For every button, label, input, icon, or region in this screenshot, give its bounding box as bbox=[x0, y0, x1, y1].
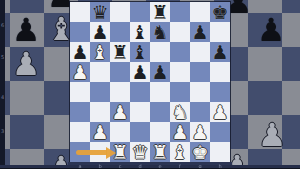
piece-white-pawn: ♟ bbox=[190, 122, 210, 142]
file-label-g: g bbox=[190, 163, 210, 169]
square-c6[interactable]: ♜ bbox=[110, 42, 130, 62]
square-f2[interactable]: ♟ bbox=[170, 122, 190, 142]
square-g5[interactable] bbox=[190, 62, 210, 82]
square-g4[interactable] bbox=[190, 82, 210, 102]
square-b6[interactable]: ♝ bbox=[90, 42, 110, 62]
square-b5[interactable] bbox=[90, 62, 110, 82]
piece-white-bishop: ♝ bbox=[90, 42, 110, 62]
piece-white-bishop: ♝ bbox=[170, 142, 190, 162]
square-a4[interactable] bbox=[70, 82, 90, 102]
move-arrow-head bbox=[106, 147, 116, 159]
square-a5[interactable]: ♟ bbox=[70, 62, 90, 82]
square-a7[interactable] bbox=[70, 22, 90, 42]
square-f1[interactable]: ♝ bbox=[170, 142, 190, 162]
piece-black-pawn: ♟ bbox=[150, 62, 170, 82]
bg-piece-white-pawn: ♟ bbox=[258, 119, 287, 151]
square-e8[interactable]: ♜ bbox=[150, 2, 170, 22]
square-f8[interactable] bbox=[170, 2, 190, 22]
piece-black-rook: ♜ bbox=[110, 42, 130, 62]
piece-white-pawn: ♟ bbox=[110, 102, 130, 122]
piece-black-pawn: ♟ bbox=[190, 22, 210, 42]
square-e6[interactable] bbox=[150, 42, 170, 62]
square-d1[interactable]: ♛ bbox=[130, 142, 150, 162]
bg-piece-white-pawn: ♟ bbox=[12, 48, 41, 80]
piece-black-king: ♚ bbox=[210, 2, 230, 22]
piece-black-bishop: ♝ bbox=[130, 22, 150, 42]
square-d7[interactable]: ♝ bbox=[130, 22, 150, 42]
square-c5[interactable] bbox=[110, 62, 130, 82]
square-d5[interactable]: ♟ bbox=[130, 62, 150, 82]
square-h3[interactable]: ♟ bbox=[210, 102, 230, 122]
square-c3[interactable]: ♟ bbox=[110, 102, 130, 122]
square-h7[interactable] bbox=[210, 22, 230, 42]
file-label-h: h bbox=[210, 163, 230, 169]
square-c7[interactable] bbox=[110, 22, 130, 42]
file-label-a: a bbox=[70, 163, 90, 169]
square-a3[interactable] bbox=[70, 102, 90, 122]
square-d2[interactable] bbox=[130, 122, 150, 142]
square-e5[interactable]: ♟ bbox=[150, 62, 170, 82]
square-g8[interactable] bbox=[190, 2, 210, 22]
square-b2[interactable]: ♟ bbox=[90, 122, 110, 142]
square-d3[interactable] bbox=[130, 102, 150, 122]
square-g6[interactable] bbox=[190, 42, 210, 62]
piece-white-pawn: ♟ bbox=[210, 102, 230, 122]
bg-rank-label-4: 4 bbox=[1, 94, 6, 100]
piece-white-pawn: ♟ bbox=[90, 122, 110, 142]
square-b8[interactable]: ♛ bbox=[90, 2, 110, 22]
video-frame: ♟♟♝♟♟♟♟♟♟ ♛♜♚♟♝♞♟♟♝♜♝♟♟♟♟♟♞♟♟♟♟♜♛♜♝♚ abc… bbox=[0, 0, 300, 168]
piece-black-knight: ♞ bbox=[150, 22, 170, 42]
bg-piece-black-pawn: ♟ bbox=[12, 14, 41, 46]
square-e7[interactable]: ♞ bbox=[150, 22, 170, 42]
piece-white-pawn: ♟ bbox=[70, 62, 90, 82]
square-e1[interactable]: ♜ bbox=[150, 142, 170, 162]
piece-black-queen: ♛ bbox=[90, 2, 110, 22]
square-h4[interactable] bbox=[210, 82, 230, 102]
bg-piece-black-pawn: ♟ bbox=[257, 14, 286, 46]
piece-black-pawn: ♟ bbox=[210, 42, 230, 62]
square-g7[interactable]: ♟ bbox=[190, 22, 210, 42]
square-g3[interactable] bbox=[190, 102, 210, 122]
file-label-e: e bbox=[150, 163, 170, 169]
bg-rank-label-3: 3 bbox=[1, 128, 6, 134]
move-arrow-shaft bbox=[76, 150, 107, 155]
square-e4[interactable] bbox=[150, 82, 170, 102]
piece-white-knight: ♞ bbox=[170, 102, 190, 122]
square-d4[interactable] bbox=[130, 82, 150, 102]
square-e3[interactable] bbox=[150, 102, 170, 122]
square-b3[interactable] bbox=[90, 102, 110, 122]
square-f4[interactable] bbox=[170, 82, 190, 102]
square-b7[interactable]: ♟ bbox=[90, 22, 110, 42]
square-f3[interactable]: ♞ bbox=[170, 102, 190, 122]
bg-rank-label-6: 6 bbox=[1, 22, 6, 28]
piece-white-rook: ♜ bbox=[150, 142, 170, 162]
square-c4[interactable] bbox=[110, 82, 130, 102]
file-label-d: d bbox=[130, 163, 150, 169]
piece-white-king: ♚ bbox=[190, 142, 210, 162]
chess-board: ♛♜♚♟♝♞♟♟♝♜♝♟♟♟♟♟♞♟♟♟♟♜♛♜♝♚ bbox=[70, 2, 230, 162]
piece-white-queen: ♛ bbox=[130, 142, 150, 162]
square-d6[interactable]: ♝ bbox=[130, 42, 150, 62]
square-g2[interactable]: ♟ bbox=[190, 122, 210, 142]
square-d8[interactable] bbox=[130, 2, 150, 22]
file-label-c: c bbox=[110, 163, 130, 169]
square-h6[interactable]: ♟ bbox=[210, 42, 230, 62]
file-label-f: f bbox=[170, 163, 190, 169]
square-b4[interactable] bbox=[90, 82, 110, 102]
square-c2[interactable] bbox=[110, 122, 130, 142]
square-a8[interactable] bbox=[70, 2, 90, 22]
square-a2[interactable] bbox=[70, 122, 90, 142]
square-f7[interactable] bbox=[170, 22, 190, 42]
square-a6[interactable]: ♟ bbox=[70, 42, 90, 62]
square-e2[interactable] bbox=[150, 122, 170, 142]
piece-black-bishop: ♝ bbox=[130, 42, 150, 62]
square-g1[interactable]: ♚ bbox=[190, 142, 210, 162]
file-label-b: b bbox=[90, 163, 110, 169]
square-f5[interactable] bbox=[170, 62, 190, 82]
file-labels-row: abcdefgh bbox=[70, 163, 230, 169]
piece-black-rook: ♜ bbox=[150, 2, 170, 22]
square-h5[interactable] bbox=[210, 62, 230, 82]
piece-black-pawn: ♟ bbox=[90, 22, 110, 42]
square-h2[interactable] bbox=[210, 122, 230, 142]
square-h8[interactable]: ♚ bbox=[210, 2, 230, 22]
square-f6[interactable] bbox=[170, 42, 190, 62]
square-h1[interactable] bbox=[210, 142, 230, 162]
square-c8[interactable] bbox=[110, 2, 130, 22]
bg-rank-label-5: 5 bbox=[1, 54, 6, 60]
piece-black-pawn: ♟ bbox=[130, 62, 150, 82]
piece-white-pawn: ♟ bbox=[170, 122, 190, 142]
piece-black-pawn: ♟ bbox=[70, 42, 90, 62]
